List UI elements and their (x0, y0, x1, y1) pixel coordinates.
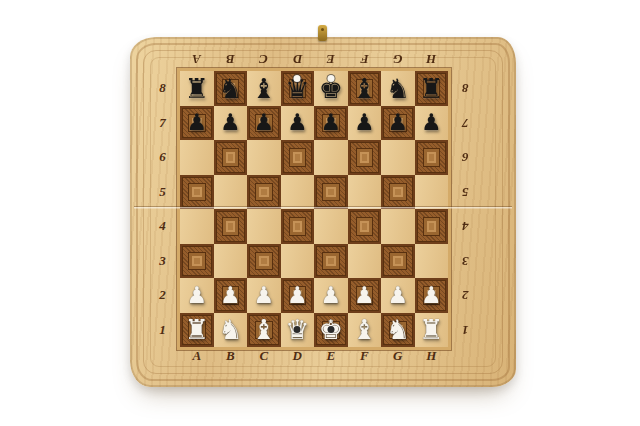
square-b5[interactable] (214, 175, 248, 210)
square-g5[interactable] (381, 175, 415, 210)
square-c7[interactable]: ♟ (247, 106, 281, 141)
square-d5[interactable] (281, 175, 315, 210)
square-c8[interactable]: ♝ (247, 71, 281, 106)
piece-black-pawn[interactable]: ♟ (247, 106, 281, 141)
piece-black-pawn[interactable]: ♟ (348, 106, 382, 141)
piece-black-pawn[interactable]: ♟ (314, 106, 348, 141)
square-b8[interactable]: ♞ (214, 71, 248, 106)
square-a8[interactable]: ♜ (180, 71, 214, 106)
square-d1[interactable]: ♛ (281, 313, 315, 348)
finial-dot (294, 75, 301, 82)
rank-label-left-2: 2 (159, 287, 166, 303)
piece-white-bishop[interactable]: ♝ (348, 313, 382, 348)
square-h6[interactable] (415, 140, 449, 175)
square-d8[interactable]: ♛ (281, 71, 315, 106)
piece-black-bishop[interactable]: ♝ (348, 71, 382, 106)
file-label-bottom-a: A (192, 348, 201, 364)
square-h8[interactable]: ♜ (415, 71, 449, 106)
square-a3[interactable] (180, 244, 214, 279)
piece-white-pawn[interactable]: ♟ (415, 278, 449, 313)
square-h3[interactable] (415, 244, 449, 279)
square-a4[interactable] (180, 209, 214, 244)
piece-black-rook[interactable]: ♜ (415, 71, 449, 106)
piece-white-rook[interactable]: ♜ (415, 313, 449, 348)
square-b6[interactable] (214, 140, 248, 175)
file-labels-top: ABCDEFGH (180, 48, 448, 69)
rank-labels-right: 87654321 (452, 71, 479, 347)
finial-dot (294, 326, 301, 333)
file-labels-bottom: ABCDEFGH (180, 345, 448, 366)
file-label-bottom-f: F (360, 348, 369, 364)
piece-black-pawn[interactable]: ♟ (180, 106, 214, 141)
file-label-top-f: F (360, 51, 369, 67)
square-a5[interactable] (180, 175, 214, 210)
rank-label-right-3: 3 (462, 253, 469, 269)
square-f1[interactable]: ♝ (348, 313, 382, 348)
square-e7[interactable]: ♟ (314, 106, 348, 141)
file-label-bottom-c: C (259, 348, 268, 364)
square-b4[interactable] (214, 209, 248, 244)
square-a1[interactable]: ♜ (180, 313, 214, 348)
square-a2[interactable]: ♟ (180, 278, 214, 313)
piece-white-pawn[interactable]: ♟ (214, 278, 248, 313)
rank-label-right-5: 5 (462, 184, 469, 200)
square-g2[interactable]: ♟ (381, 278, 415, 313)
square-g1[interactable]: ♞ (381, 313, 415, 348)
piece-white-knight[interactable]: ♞ (381, 313, 415, 348)
square-b7[interactable]: ♟ (214, 106, 248, 141)
file-label-bottom-h: H (426, 348, 436, 364)
file-label-top-a: A (192, 51, 201, 67)
file-label-bottom-b: B (226, 348, 235, 364)
rank-label-right-4: 4 (462, 218, 469, 234)
rank-label-right-8: 8 (462, 80, 469, 96)
square-c3[interactable] (247, 244, 281, 279)
square-f2[interactable]: ♟ (348, 278, 382, 313)
rank-label-left-4: 4 (159, 218, 166, 234)
square-e8[interactable]: ♚ (314, 71, 348, 106)
square-d4[interactable] (281, 209, 315, 244)
file-label-top-b: B (226, 51, 235, 67)
board-grid: ♜♞♝♛♚♝♞♜♟♟♟♟♟♟♟♟♟♟♟♟♟♟♟♟♜♞♝♛♚♝♞♜ (180, 71, 448, 347)
square-b2[interactable]: ♟ (214, 278, 248, 313)
piece-white-pawn[interactable]: ♟ (180, 278, 214, 313)
square-d7[interactable]: ♟ (281, 106, 315, 141)
rank-label-right-1: 1 (462, 322, 469, 338)
rank-label-left-1: 1 (159, 322, 166, 338)
rank-label-left-3: 3 (159, 253, 166, 269)
square-h2[interactable]: ♟ (415, 278, 449, 313)
square-h5[interactable] (415, 175, 449, 210)
square-e4[interactable] (314, 209, 348, 244)
piece-black-pawn[interactable]: ♟ (281, 106, 315, 141)
rank-label-right-6: 6 (462, 149, 469, 165)
piece-black-rook[interactable]: ♜ (180, 71, 214, 106)
rank-label-left-5: 5 (159, 184, 166, 200)
file-label-bottom-g: G (393, 348, 402, 364)
piece-black-pawn[interactable]: ♟ (381, 106, 415, 141)
piece-black-pawn[interactable]: ♟ (214, 106, 248, 141)
square-f6[interactable] (348, 140, 382, 175)
finial-dot (327, 326, 334, 333)
piece-black-pawn[interactable]: ♟ (415, 106, 449, 141)
piece-white-knight[interactable]: ♞ (214, 313, 248, 348)
file-label-top-g: G (393, 51, 402, 67)
photo-background: ABCDEFGH ABCDEFGH 87654321 87654321 ♜♞♝♛… (0, 0, 640, 426)
piece-black-knight[interactable]: ♞ (214, 71, 248, 106)
square-d3[interactable] (281, 244, 315, 279)
file-label-bottom-d: D (293, 348, 302, 364)
file-label-top-d: D (293, 51, 302, 67)
rank-label-right-7: 7 (462, 115, 469, 131)
finial-dot (327, 75, 334, 82)
square-e2[interactable]: ♟ (314, 278, 348, 313)
square-a7[interactable]: ♟ (180, 106, 214, 141)
piece-white-pawn[interactable]: ♟ (348, 278, 382, 313)
file-label-bottom-e: E (326, 348, 335, 364)
square-c6[interactable] (247, 140, 281, 175)
square-g8[interactable]: ♞ (381, 71, 415, 106)
rank-label-left-8: 8 (159, 80, 166, 96)
square-c4[interactable] (247, 209, 281, 244)
square-c2[interactable]: ♟ (247, 278, 281, 313)
rank-labels-left: 87654321 (149, 71, 176, 347)
square-d2[interactable]: ♟ (281, 278, 315, 313)
square-g7[interactable]: ♟ (381, 106, 415, 141)
brass-clasp-icon (318, 25, 327, 41)
square-f5[interactable] (348, 175, 382, 210)
piece-white-bishop[interactable]: ♝ (247, 313, 281, 348)
square-c5[interactable] (247, 175, 281, 210)
square-f3[interactable] (348, 244, 382, 279)
square-e5[interactable] (314, 175, 348, 210)
square-b3[interactable] (214, 244, 248, 279)
rank-label-right-2: 2 (462, 287, 469, 303)
file-label-top-e: E (326, 51, 335, 67)
square-g6[interactable] (381, 140, 415, 175)
square-f7[interactable]: ♟ (348, 106, 382, 141)
square-e3[interactable] (314, 244, 348, 279)
rank-label-left-7: 7 (159, 115, 166, 131)
piece-white-pawn[interactable]: ♟ (247, 278, 281, 313)
square-h1[interactable]: ♜ (415, 313, 449, 348)
square-f4[interactable] (348, 209, 382, 244)
square-h4[interactable] (415, 209, 449, 244)
piece-white-pawn[interactable]: ♟ (381, 278, 415, 313)
square-e6[interactable] (314, 140, 348, 175)
square-h7[interactable]: ♟ (415, 106, 449, 141)
square-g4[interactable] (381, 209, 415, 244)
square-a6[interactable] (180, 140, 214, 175)
square-d6[interactable] (281, 140, 315, 175)
piece-black-bishop[interactable]: ♝ (247, 71, 281, 106)
file-label-top-h: H (426, 51, 436, 67)
piece-white-pawn[interactable]: ♟ (281, 278, 315, 313)
square-g3[interactable] (381, 244, 415, 279)
square-b1[interactable]: ♞ (214, 313, 248, 348)
square-f8[interactable]: ♝ (348, 71, 382, 106)
file-label-top-c: C (259, 51, 268, 67)
square-c1[interactable]: ♝ (247, 313, 281, 348)
rank-label-left-6: 6 (159, 149, 166, 165)
piece-white-rook[interactable]: ♜ (180, 313, 214, 348)
piece-black-knight[interactable]: ♞ (381, 71, 415, 106)
square-e1[interactable]: ♚ (314, 313, 348, 348)
chess-board: ABCDEFGH ABCDEFGH 87654321 87654321 ♜♞♝♛… (130, 37, 516, 387)
piece-white-pawn[interactable]: ♟ (314, 278, 348, 313)
